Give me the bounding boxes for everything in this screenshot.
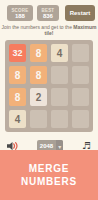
- banner-line1: MERGE: [29, 162, 70, 175]
- empty-cell: [72, 110, 89, 128]
- empty-cell: [51, 66, 68, 84]
- best-box: BEST 836: [37, 5, 59, 21]
- header: SCORE 188 BEST 836 Restart: [0, 0, 98, 21]
- tagline-text: Join the numbers and get to the: [2, 24, 72, 30]
- tile-8: 8: [9, 66, 26, 84]
- game-board[interactable]: 328488824: [5, 40, 93, 132]
- empty-cell: [51, 88, 68, 106]
- banner-line2: NUMBERS: [21, 175, 77, 188]
- tagline: Join the numbers and get to the Maximum …: [0, 24, 98, 36]
- tile-4: 4: [9, 110, 26, 128]
- tile-8: 8: [30, 66, 47, 84]
- empty-cell: [30, 110, 47, 128]
- bottom-banner: MERGE NUMBERS: [0, 150, 98, 200]
- score-box: SCORE 188: [7, 5, 33, 21]
- empty-cell: [51, 110, 68, 128]
- empty-cell: [72, 88, 89, 106]
- empty-cell: [72, 66, 89, 84]
- tile-8: 8: [9, 88, 26, 106]
- tile-2: 2: [30, 88, 47, 106]
- tile-4: 4: [51, 44, 68, 62]
- empty-cell: [72, 44, 89, 62]
- tile-8: 8: [30, 44, 47, 62]
- score-value: 188: [15, 13, 25, 20]
- tile-32: 32: [9, 44, 26, 62]
- best-value: 836: [43, 13, 53, 20]
- restart-button[interactable]: Restart: [65, 5, 95, 21]
